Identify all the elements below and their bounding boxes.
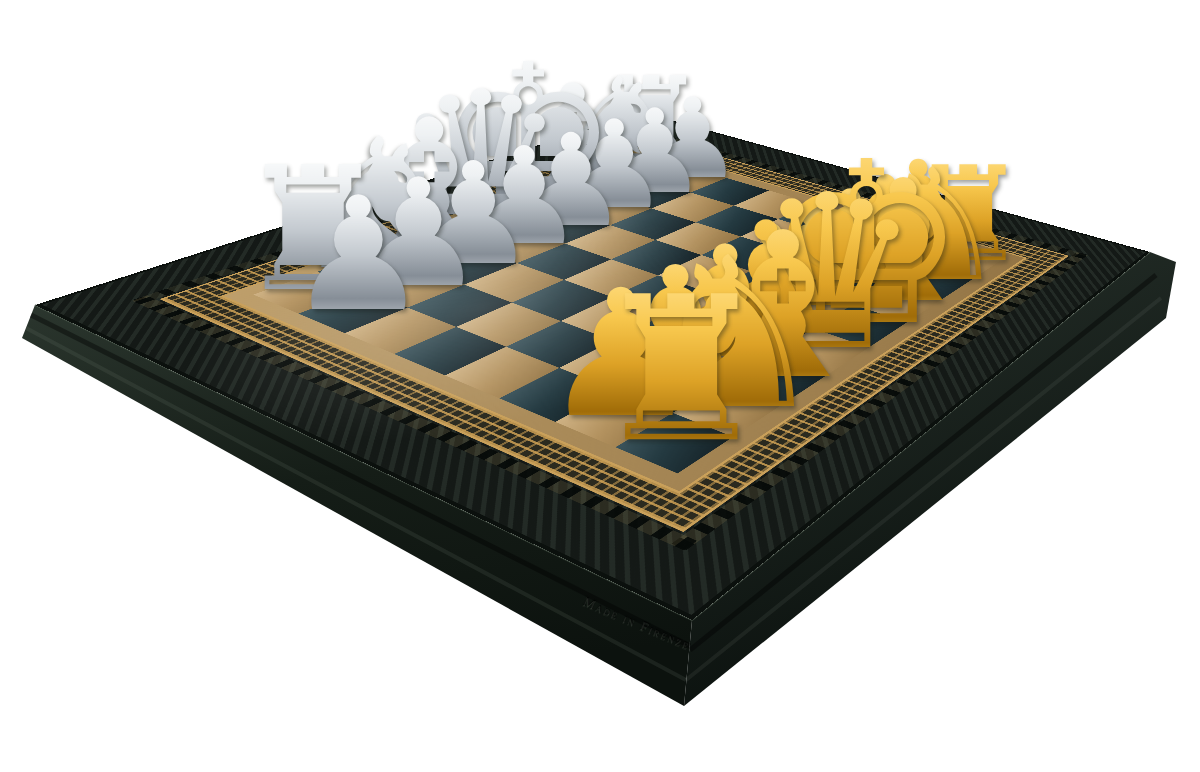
product-photo: Made in Firenze ♜♞♝♛♚♝♞♜♟♟♟♟♟♟♟♟♟♟♟♟♟♟♟♟…: [0, 0, 1200, 772]
piece-gold-rook[interactable]: ♜: [592, 271, 771, 471]
piece-silver-pawn[interactable]: ♟: [288, 176, 429, 333]
